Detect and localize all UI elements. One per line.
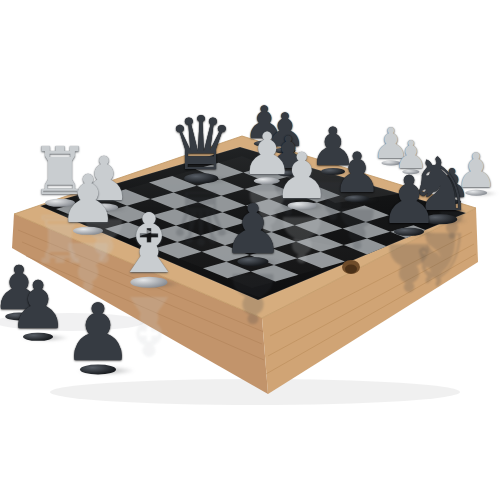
finger-notch-inner (345, 265, 357, 274)
board-and-box (0, 0, 500, 500)
floor-shadow-left (0, 313, 145, 331)
chess-set-product-photo: ♜♜♟♟♟♟♝♝♟♟♟♟♛♛♟♟♟♟♟♟♟♟♟♟♟♟♞♞♟♟♟♟♟♟♟♟ (0, 0, 500, 500)
